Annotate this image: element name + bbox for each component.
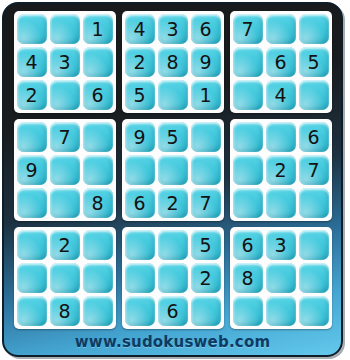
cell-r6c1[interactable] — [17, 188, 47, 218]
cell-digit — [233, 122, 263, 152]
cell-digit — [158, 263, 188, 293]
cell-digit — [233, 155, 263, 185]
cell-digit: 3 — [266, 230, 296, 260]
cell-digit — [125, 296, 155, 326]
cell-digit — [125, 155, 155, 185]
cell-digit: 2 — [50, 230, 80, 260]
cell-digit — [83, 230, 113, 260]
cell-r4c7[interactable] — [233, 122, 263, 152]
cell-r3c4[interactable]: 5 — [125, 80, 155, 110]
cell-r3c8[interactable]: 4 — [266, 80, 296, 110]
cell-digit — [191, 122, 221, 152]
cell-r1c7[interactable]: 7 — [233, 14, 263, 44]
cell-r7c4[interactable] — [125, 230, 155, 260]
cell-r3c7[interactable] — [233, 80, 263, 110]
cell-r7c8[interactable]: 3 — [266, 230, 296, 260]
block-1-1: 14326 — [14, 11, 116, 113]
cell-r7c2[interactable]: 2 — [50, 230, 80, 260]
cell-r9c3[interactable] — [83, 296, 113, 326]
cell-digit: 7 — [191, 188, 221, 218]
cell-digit — [299, 296, 329, 326]
cell-digit: 8 — [158, 47, 188, 77]
cell-r8c7[interactable]: 8 — [233, 263, 263, 293]
cell-r8c1[interactable] — [17, 263, 47, 293]
cell-r9c6[interactable] — [191, 296, 221, 326]
cell-digit: 5 — [299, 47, 329, 77]
cell-r5c9[interactable]: 7 — [299, 155, 329, 185]
cell-digit — [17, 263, 47, 293]
cell-r2c6[interactable]: 9 — [191, 47, 221, 77]
cell-r8c3[interactable] — [83, 263, 113, 293]
cell-digit — [266, 188, 296, 218]
cell-r7c5[interactable] — [158, 230, 188, 260]
block-1-3: 7654 — [230, 11, 332, 113]
cell-digit: 5 — [191, 230, 221, 260]
cell-digit — [83, 47, 113, 77]
cell-r7c3[interactable] — [83, 230, 113, 260]
sudoku-board: 143264362895176547989562762728526638 — [14, 11, 332, 329]
cell-r1c5[interactable]: 3 — [158, 14, 188, 44]
cell-digit: 6 — [233, 230, 263, 260]
block-3-1: 28 — [14, 227, 116, 329]
cell-digit: 2 — [266, 155, 296, 185]
cell-digit: 1 — [83, 14, 113, 44]
cell-r8c8[interactable] — [266, 263, 296, 293]
cell-digit — [233, 80, 263, 110]
cell-r5c2[interactable] — [50, 155, 80, 185]
cell-r7c6[interactable]: 5 — [191, 230, 221, 260]
cell-r3c9[interactable] — [299, 80, 329, 110]
cell-r1c8[interactable] — [266, 14, 296, 44]
cell-digit: 6 — [266, 47, 296, 77]
cell-digit — [299, 14, 329, 44]
cell-digit — [83, 296, 113, 326]
cell-digit: 9 — [191, 47, 221, 77]
cell-digit: 8 — [233, 263, 263, 293]
cell-r8c4[interactable] — [125, 263, 155, 293]
cell-r2c2[interactable]: 3 — [50, 47, 80, 77]
cell-digit: 4 — [17, 47, 47, 77]
cell-r2c5[interactable]: 8 — [158, 47, 188, 77]
cell-r2c9[interactable]: 5 — [299, 47, 329, 77]
cell-r2c8[interactable]: 6 — [266, 47, 296, 77]
cell-digit — [299, 188, 329, 218]
cell-r4c8[interactable] — [266, 122, 296, 152]
cell-digit — [83, 155, 113, 185]
cell-digit: 2 — [17, 80, 47, 110]
cell-digit: 6 — [299, 122, 329, 152]
cell-r4c6[interactable] — [191, 122, 221, 152]
cell-digit: 4 — [125, 14, 155, 44]
cell-r8c5[interactable] — [158, 263, 188, 293]
cell-r1c1[interactable] — [17, 14, 47, 44]
cell-r4c2[interactable]: 7 — [50, 122, 80, 152]
block-2-1: 798 — [14, 119, 116, 221]
cell-digit: 3 — [158, 14, 188, 44]
cell-digit — [266, 14, 296, 44]
cell-digit: 6 — [191, 14, 221, 44]
cell-digit — [17, 296, 47, 326]
cell-r1c3[interactable]: 1 — [83, 14, 113, 44]
cell-digit — [125, 230, 155, 260]
cell-digit: 2 — [191, 263, 221, 293]
cell-digit — [158, 80, 188, 110]
cell-r2c1[interactable]: 4 — [17, 47, 47, 77]
cell-r6c6[interactable]: 7 — [191, 188, 221, 218]
cell-digit — [233, 47, 263, 77]
cell-digit — [266, 122, 296, 152]
cell-digit: 6 — [83, 80, 113, 110]
cell-digit — [158, 155, 188, 185]
cell-r7c1[interactable] — [17, 230, 47, 260]
cell-digit: 8 — [50, 296, 80, 326]
cell-r1c9[interactable] — [299, 14, 329, 44]
cell-digit: 5 — [158, 122, 188, 152]
cell-digit — [83, 263, 113, 293]
cell-digit — [17, 230, 47, 260]
cell-r1c2[interactable] — [50, 14, 80, 44]
footer-bar: www.sudokusweb.com — [4, 330, 341, 354]
footer-site-link[interactable]: www.sudokusweb.com — [75, 333, 270, 351]
cell-r3c5[interactable] — [158, 80, 188, 110]
cell-r4c1[interactable] — [17, 122, 47, 152]
cell-r2c4[interactable]: 2 — [125, 47, 155, 77]
cell-digit — [299, 263, 329, 293]
cell-digit — [233, 296, 263, 326]
cell-digit — [50, 80, 80, 110]
cell-digit — [125, 263, 155, 293]
cell-r9c5[interactable]: 6 — [158, 296, 188, 326]
cell-r9c8[interactable] — [266, 296, 296, 326]
cell-digit: 7 — [233, 14, 263, 44]
cell-digit: 1 — [191, 80, 221, 110]
cell-digit: 8 — [83, 188, 113, 218]
cell-r4c5[interactable]: 5 — [158, 122, 188, 152]
cell-r5c8[interactable]: 2 — [266, 155, 296, 185]
sudoku-panel: 143264362895176547989562762728526638 www… — [2, 2, 343, 357]
cell-r8c9[interactable] — [299, 263, 329, 293]
cell-r6c7[interactable] — [233, 188, 263, 218]
cell-r8c2[interactable] — [50, 263, 80, 293]
cell-r6c9[interactable] — [299, 188, 329, 218]
cell-r5c4[interactable] — [125, 155, 155, 185]
cell-r2c3[interactable] — [83, 47, 113, 77]
cell-r3c6[interactable]: 1 — [191, 80, 221, 110]
cell-r3c3[interactable]: 6 — [83, 80, 113, 110]
cell-digit — [17, 188, 47, 218]
cell-digit: 2 — [158, 188, 188, 218]
cell-r5c3[interactable] — [83, 155, 113, 185]
cell-r8c6[interactable]: 2 — [191, 263, 221, 293]
cell-r2c7[interactable] — [233, 47, 263, 77]
cell-digit — [17, 14, 47, 44]
cell-digit — [50, 14, 80, 44]
cell-r9c4[interactable] — [125, 296, 155, 326]
cell-digit: 6 — [125, 188, 155, 218]
cell-r9c2[interactable]: 8 — [50, 296, 80, 326]
cell-digit — [17, 122, 47, 152]
cell-r1c4[interactable]: 4 — [125, 14, 155, 44]
cell-r5c5[interactable] — [158, 155, 188, 185]
cell-digit: 5 — [125, 80, 155, 110]
cell-digit: 3 — [50, 47, 80, 77]
cell-digit — [83, 122, 113, 152]
cell-r6c8[interactable] — [266, 188, 296, 218]
cell-digit — [191, 155, 221, 185]
cell-digit — [50, 155, 80, 185]
cell-r7c7[interactable]: 6 — [233, 230, 263, 260]
cell-r9c9[interactable] — [299, 296, 329, 326]
cell-digit: 6 — [158, 296, 188, 326]
cell-digit — [158, 230, 188, 260]
cell-digit: 7 — [50, 122, 80, 152]
block-2-2: 95627 — [122, 119, 224, 221]
cell-digit: 4 — [266, 80, 296, 110]
cell-r3c2[interactable] — [50, 80, 80, 110]
cell-digit — [299, 230, 329, 260]
cell-r3c1[interactable]: 2 — [17, 80, 47, 110]
cell-r1c6[interactable]: 6 — [191, 14, 221, 44]
cell-r6c3[interactable]: 8 — [83, 188, 113, 218]
cell-digit — [50, 263, 80, 293]
block-3-2: 526 — [122, 227, 224, 329]
cell-r5c7[interactable] — [233, 155, 263, 185]
cell-r5c1[interactable]: 9 — [17, 155, 47, 185]
cell-r4c3[interactable] — [83, 122, 113, 152]
cell-digit — [299, 80, 329, 110]
cell-digit: 7 — [299, 155, 329, 185]
block-3-3: 638 — [230, 227, 332, 329]
cell-r6c2[interactable] — [50, 188, 80, 218]
block-2-3: 627 — [230, 119, 332, 221]
cell-digit — [266, 263, 296, 293]
cell-digit: 2 — [125, 47, 155, 77]
cell-digit — [191, 296, 221, 326]
cell-r6c5[interactable]: 2 — [158, 188, 188, 218]
block-1-2: 43628951 — [122, 11, 224, 113]
cell-r9c1[interactable] — [17, 296, 47, 326]
cell-r6c4[interactable]: 6 — [125, 188, 155, 218]
cell-r7c9[interactable] — [299, 230, 329, 260]
cell-digit — [233, 188, 263, 218]
cell-r5c6[interactable] — [191, 155, 221, 185]
cell-digit: 9 — [17, 155, 47, 185]
cell-digit — [50, 188, 80, 218]
cell-r4c4[interactable]: 9 — [125, 122, 155, 152]
cell-r9c7[interactable] — [233, 296, 263, 326]
cell-digit: 9 — [125, 122, 155, 152]
cell-digit — [266, 296, 296, 326]
cell-r4c9[interactable]: 6 — [299, 122, 329, 152]
